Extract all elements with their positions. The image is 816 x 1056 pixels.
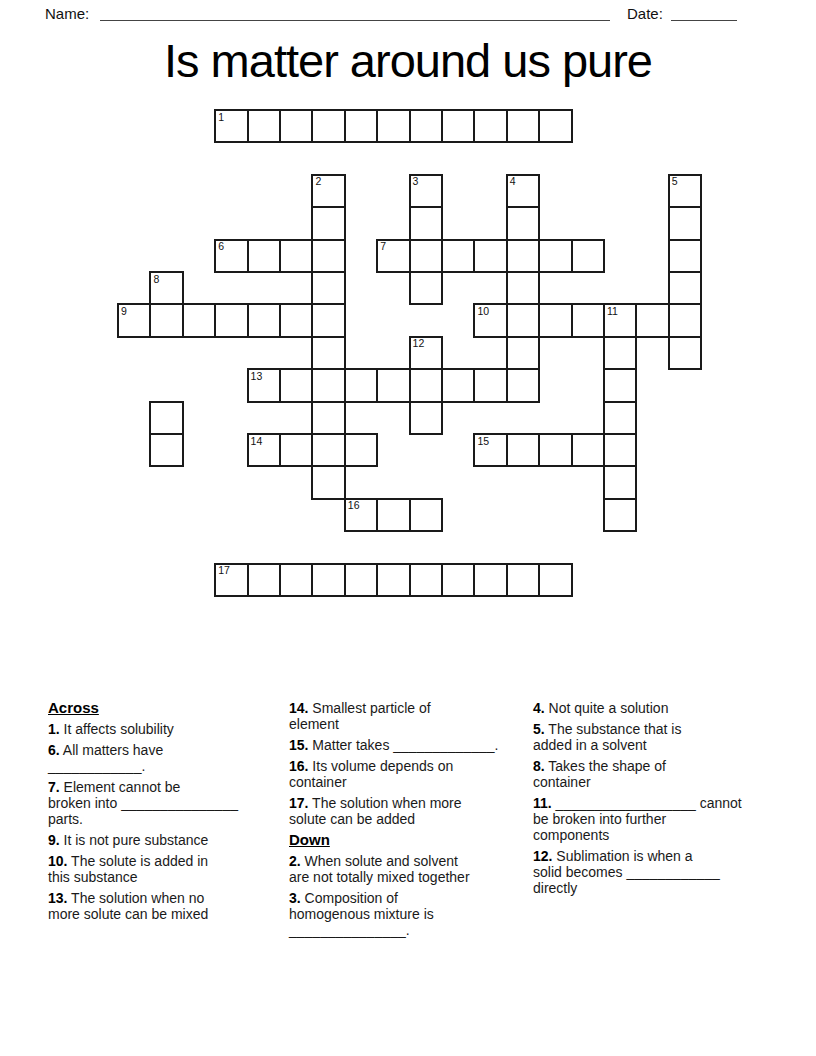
grid-cell[interactable]	[214, 303, 248, 337]
grid-cell[interactable]	[247, 239, 281, 273]
clue-across-6: 6. All matters have ____________.	[48, 742, 280, 774]
grid-cell[interactable]: 16	[344, 498, 378, 532]
grid-cell[interactable]	[506, 239, 540, 273]
cell-clue-number: 11	[607, 306, 618, 318]
grid-cell[interactable]	[603, 465, 637, 499]
clue-number-label: 10.	[48, 853, 67, 869]
grid-cell[interactable]	[409, 401, 443, 435]
grid-cell[interactable]: 12	[409, 336, 443, 370]
crossword-grid: 1234567891011121314151617	[117, 109, 703, 598]
grid-cell[interactable]: 17	[214, 563, 248, 597]
grid-cell[interactable]	[668, 303, 702, 337]
grid-cell[interactable]: 3	[409, 174, 443, 208]
grid-cell[interactable]	[473, 239, 507, 273]
grid-cell[interactable]	[506, 206, 540, 240]
grid-cell[interactable]	[247, 109, 281, 143]
clue-across-7: 7. Element cannot be broken into _______…	[48, 779, 280, 827]
grid-cell[interactable]	[279, 368, 313, 402]
cell-clue-number: 15	[477, 436, 489, 448]
grid-cell[interactable]	[344, 368, 378, 402]
clue-down-11: 11. __________________ cannot be broken …	[533, 795, 773, 843]
grid-cell[interactable]	[668, 336, 702, 370]
clue-number-label: 8.	[533, 758, 545, 774]
grid-cell[interactable]: 4	[506, 174, 540, 208]
grid-cell[interactable]	[603, 401, 637, 435]
clue-down-3: 3. Composition of homogenous mixture is …	[289, 890, 529, 938]
clue-number-label: 12.	[533, 848, 552, 864]
clue-across-9: 9. It is not pure substance	[48, 832, 280, 848]
cell-clue-number: 10	[477, 306, 489, 318]
grid-cell[interactable]	[506, 368, 540, 402]
grid-cell[interactable]	[409, 109, 443, 143]
grid-cell[interactable]	[538, 433, 572, 467]
cell-clue-number: 2	[315, 176, 321, 188]
grid-cell[interactable]: 14	[247, 433, 281, 467]
grid-cell[interactable]	[668, 206, 702, 240]
grid-cell[interactable]	[473, 109, 507, 143]
clue-across-13: 13. The solution when no more solute can…	[48, 890, 280, 922]
grid-cell[interactable]	[149, 433, 183, 467]
grid-cell[interactable]	[376, 498, 410, 532]
clue-text: Not quite a solution	[549, 700, 669, 716]
grid-cell[interactable]: 8	[149, 271, 183, 305]
grid-cell[interactable]	[344, 109, 378, 143]
cell-clue-number: 1	[218, 112, 224, 124]
clue-text: Its volume depends on container	[289, 758, 453, 790]
clue-number-label: 14.	[289, 700, 308, 716]
page-title: Is matter around us pure	[0, 33, 816, 88]
clue-number-label: 2.	[289, 853, 301, 869]
clue-number-label: 3.	[289, 890, 301, 906]
clue-text: When solute and solvent are not totally …	[289, 853, 470, 885]
cell-clue-number: 7	[380, 241, 386, 253]
grid-cell[interactable]	[538, 563, 572, 597]
grid-cell[interactable]	[603, 336, 637, 370]
clue-text: Matter takes _____________.	[312, 737, 498, 753]
clue-number-label: 16.	[289, 758, 308, 774]
clue-text: Sublimation is when a solid becomes ____…	[533, 848, 720, 896]
clue-text: All matters have ____________.	[48, 742, 163, 774]
grid-cell[interactable]	[473, 563, 507, 597]
clue-down-4: 4. Not quite a solution	[533, 700, 773, 716]
grid-cell[interactable]	[538, 109, 572, 143]
grid-cell[interactable]	[506, 109, 540, 143]
grid-cell[interactable]	[409, 368, 443, 402]
grid-cell[interactable]	[279, 239, 313, 273]
cell-clue-number: 17	[218, 565, 230, 577]
grid-cell[interactable]	[506, 563, 540, 597]
grid-cell[interactable]	[311, 465, 345, 499]
grid-cell[interactable]	[344, 563, 378, 597]
grid-cell[interactable]: 9	[117, 303, 151, 337]
grid-cell[interactable]	[441, 109, 475, 143]
grid-cell[interactable]	[311, 109, 345, 143]
grid-cell[interactable]: 15	[473, 433, 507, 467]
grid-cell[interactable]	[311, 336, 345, 370]
grid-cell[interactable]: 11	[603, 303, 637, 337]
clue-number-label: 1.	[48, 721, 60, 737]
grid-cell[interactable]	[279, 109, 313, 143]
grid-cell[interactable]	[506, 433, 540, 467]
grid-cell[interactable]	[311, 433, 345, 467]
grid-cell[interactable]	[668, 271, 702, 305]
grid-cell[interactable]	[149, 401, 183, 435]
clue-text: Element cannot be broken into __________…	[48, 779, 238, 827]
grid-cell[interactable]	[473, 368, 507, 402]
clue-across-16: 16. Its volume depends on container	[289, 758, 529, 790]
grid-cell[interactable]: 13	[247, 368, 281, 402]
clue-text: The solute is added in this substance	[48, 853, 208, 885]
grid-cell[interactable]	[311, 563, 345, 597]
clue-down-8: 8. Takes the shape of container	[533, 758, 773, 790]
clue-column-2: 14. Smallest particle of element 15. Mat…	[289, 700, 529, 943]
clue-down-2: 2. When solute and solvent are not total…	[289, 853, 529, 885]
cell-clue-number: 12	[413, 338, 425, 350]
down-header: Down	[289, 832, 529, 848]
grid-cell[interactable]	[311, 303, 345, 337]
grid-cell[interactable]	[506, 271, 540, 305]
grid-cell[interactable]	[311, 368, 345, 402]
clue-number-label: 5.	[533, 721, 545, 737]
grid-cell[interactable]	[441, 368, 475, 402]
clue-down-5: 5. The substance that is added in a solv…	[533, 721, 773, 753]
grid-cell[interactable]	[311, 239, 345, 273]
clue-text: It is not pure substance	[64, 832, 209, 848]
grid-cell[interactable]: 7	[376, 239, 410, 273]
grid-cell[interactable]	[409, 271, 443, 305]
grid-cell[interactable]	[409, 206, 443, 240]
clue-down-12: 12. Sublimation is when a solid becomes …	[533, 848, 773, 896]
worksheet-page: Name: Date: Is matter around us pure 123…	[0, 0, 816, 1056]
across-header: Across	[48, 700, 280, 716]
cell-clue-number: 9	[121, 306, 127, 318]
clue-text: The substance that is added in a solvent	[533, 721, 681, 753]
grid-cell[interactable]	[538, 239, 572, 273]
grid-cell[interactable]	[409, 239, 443, 273]
cell-clue-number: 16	[348, 500, 360, 512]
clue-text: It affects solubility	[64, 721, 174, 737]
cell-clue-number: 13	[251, 371, 263, 383]
grid-cell[interactable]	[635, 303, 669, 337]
clue-across-14: 14. Smallest particle of element	[289, 700, 529, 732]
grid-cell[interactable]	[538, 303, 572, 337]
grid-cell[interactable]	[603, 433, 637, 467]
grid-cell[interactable]	[376, 368, 410, 402]
clue-number-label: 9.	[48, 832, 60, 848]
grid-cell[interactable]	[603, 368, 637, 402]
date-blank-line	[671, 4, 737, 21]
cell-clue-number: 5	[672, 176, 678, 188]
grid-cell[interactable]	[441, 239, 475, 273]
name-label: Name:	[45, 5, 89, 22]
grid-cell[interactable]	[376, 109, 410, 143]
grid-cell[interactable]	[668, 239, 702, 273]
grid-cell[interactable]	[409, 498, 443, 532]
cell-clue-number: 8	[153, 274, 159, 286]
grid-cell[interactable]: 10	[473, 303, 507, 337]
grid-cell[interactable]	[311, 271, 345, 305]
clue-number-label: 7.	[48, 779, 60, 795]
grid-cell[interactable]	[311, 401, 345, 435]
clue-column-1: Across 1. It affects solubility 6. All m…	[48, 700, 280, 927]
clue-text: Composition of homogenous mixture is ___…	[289, 890, 434, 938]
clue-across-17: 17. The solution when more solute can be…	[289, 795, 529, 827]
clue-text: The solution when no more solute can be …	[48, 890, 208, 922]
cell-clue-number: 14	[251, 436, 263, 448]
grid-cell[interactable]	[571, 433, 605, 467]
grid-cell[interactable]	[441, 563, 475, 597]
grid-cell[interactable]	[571, 239, 605, 273]
clue-text: Takes the shape of container	[533, 758, 666, 790]
grid-cell[interactable]: 5	[668, 174, 702, 208]
cell-clue-number: 6	[218, 241, 224, 253]
clue-across-15: 15. Matter takes _____________.	[289, 737, 529, 753]
grid-cell[interactable]	[344, 433, 378, 467]
grid-cell[interactable]	[506, 336, 540, 370]
grid-cell[interactable]	[182, 303, 216, 337]
clue-number-label: 17.	[289, 795, 308, 811]
clue-number-label: 11.	[533, 795, 552, 811]
grid-cell[interactable]	[603, 498, 637, 532]
date-label: Date:	[627, 5, 663, 22]
grid-cell[interactable]	[247, 563, 281, 597]
grid-cell[interactable]: 6	[214, 239, 248, 273]
cell-clue-number: 4	[510, 176, 516, 188]
clue-number-label: 13.	[48, 890, 67, 906]
grid-cell[interactable]	[311, 206, 345, 240]
name-blank-line	[100, 4, 610, 21]
grid-cell[interactable]	[571, 303, 605, 337]
grid-cell[interactable]	[506, 303, 540, 337]
clue-text: __________________ cannot be broken into…	[533, 795, 742, 843]
clue-number-label: 6.	[48, 742, 60, 758]
clue-across-1: 1. It affects solubility	[48, 721, 280, 737]
grid-cell[interactable]: 2	[311, 174, 345, 208]
clue-number-label: 4.	[533, 700, 545, 716]
grid-cell[interactable]	[409, 563, 443, 597]
grid-cell[interactable]	[279, 433, 313, 467]
clue-text: The solution when more solute can be add…	[289, 795, 462, 827]
grid-cell[interactable]	[247, 303, 281, 337]
grid-cell[interactable]: 1	[214, 109, 248, 143]
clue-number-label: 15.	[289, 737, 308, 753]
grid-cell[interactable]	[376, 563, 410, 597]
clue-column-3: 4. Not quite a solution 5. The substance…	[533, 700, 773, 901]
grid-cell[interactable]	[279, 303, 313, 337]
clue-text: Smallest particle of element	[289, 700, 431, 732]
grid-cell[interactable]	[279, 563, 313, 597]
grid-cell[interactable]	[149, 303, 183, 337]
clue-across-10: 10. The solute is added in this substanc…	[48, 853, 280, 885]
cell-clue-number: 3	[413, 176, 419, 188]
